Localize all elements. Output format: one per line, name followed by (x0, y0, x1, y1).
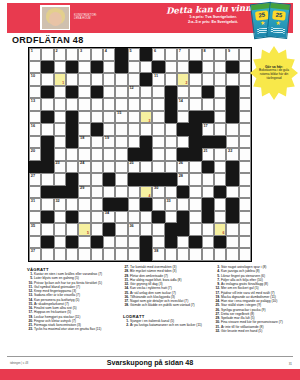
clue: 2.Är på lustiga katamaraner och en som l… (123, 324, 211, 328)
grid-cell (177, 86, 189, 99)
blocked-cell (202, 211, 214, 224)
grid-cell (29, 111, 41, 124)
grid-cell (115, 248, 127, 261)
grid-cell (66, 248, 78, 261)
grid-cell (78, 248, 90, 261)
grid-cell (54, 236, 66, 249)
grid-cell (91, 73, 103, 86)
blocked-cell (103, 198, 115, 211)
grid-cell (177, 111, 189, 124)
grid-cell (165, 211, 177, 224)
grid-cell (165, 148, 177, 161)
clue-number: 5 (129, 49, 131, 53)
grid-cell: 25 (128, 161, 140, 174)
grid-cell (152, 148, 164, 161)
grid-cell (165, 61, 177, 74)
grid-cell (214, 211, 226, 224)
constructor-byline: KONSTRUKTÖR: LENA HOLM (74, 14, 97, 21)
clues-column-3: 3.Stör något astrologen spår i (8)4.Kan … (214, 266, 296, 334)
blocked-cell (41, 111, 53, 124)
grid-cell (115, 236, 127, 249)
grid-cell (54, 173, 66, 186)
grid-cell (103, 186, 115, 199)
grid-cell: 18 (78, 136, 90, 149)
yellow-cell: 6 (214, 223, 226, 236)
grid-cell (103, 61, 115, 74)
clue-number: 10 (31, 74, 35, 78)
grid-cell (165, 161, 177, 174)
grid-cell (239, 136, 251, 149)
grid-cell (152, 198, 164, 211)
grid-cell (140, 98, 152, 111)
clue-number: 28 (179, 174, 183, 178)
grid-cell (214, 173, 226, 186)
grid-cell (54, 61, 66, 74)
grid-cell (54, 148, 66, 161)
grid-cell (239, 123, 251, 136)
grid-cell (177, 236, 189, 249)
blocked-cell (189, 123, 201, 136)
grid-cell (103, 123, 115, 136)
blocked-cell (189, 111, 201, 124)
clue-number: 35 (31, 224, 35, 228)
clues-section-header: LODRÄTT (123, 314, 211, 319)
grid-cell (128, 123, 140, 136)
blocked-cell (202, 136, 214, 149)
yellow-cell: 4 (140, 186, 152, 199)
grid-cell (128, 248, 140, 261)
grid-cell (214, 61, 226, 74)
grid-cell (214, 198, 226, 211)
grid-cell: 27 (29, 173, 41, 186)
yellow-cell: 1 (54, 73, 66, 86)
grid-cell (78, 111, 90, 124)
blocked-cell (115, 48, 127, 61)
blocked-cell (103, 223, 115, 236)
grid-cell (115, 148, 127, 161)
grid-cell (152, 86, 164, 99)
grid-cell (91, 223, 103, 236)
grid-cell: 34 (103, 211, 115, 224)
blocked-cell (189, 136, 201, 149)
yellow-cell: 3 (140, 111, 152, 124)
grid-cell: 35 (29, 223, 41, 236)
grid-cell (140, 86, 152, 99)
grid-cell (91, 186, 103, 199)
grid-cell: 32 (54, 198, 66, 211)
grid-cell (239, 61, 251, 74)
grid-cell (115, 136, 127, 149)
grid-cell (29, 186, 41, 199)
grid-cell: 10 (29, 73, 41, 86)
grid-cell (78, 173, 90, 186)
grid-cell (115, 123, 127, 136)
grid-cell (226, 123, 238, 136)
constructor-photo (40, 5, 70, 30)
grid-cell (202, 248, 214, 261)
grid-cell (189, 248, 201, 261)
grid-cell: 22 (226, 148, 238, 161)
yellow-cell-index: 5 (87, 231, 89, 235)
clue: 32.Gör knuste med en hand (5) (214, 330, 296, 334)
grid-cell: 16 (29, 123, 41, 136)
grid-cell (177, 136, 189, 149)
blocked-cell (226, 161, 238, 174)
grid-cell (54, 248, 66, 261)
clue-number: 3 (80, 49, 82, 53)
clue-number: 24 (80, 161, 84, 165)
blocked-cell (202, 111, 214, 124)
grid-cell (226, 248, 238, 261)
grid-cell (128, 236, 140, 249)
grid-cell: 31 (29, 198, 41, 211)
clue-number: 23 (55, 161, 59, 165)
grid-cell (239, 161, 251, 174)
blocked-cell (41, 236, 53, 249)
grid-cell (239, 73, 251, 86)
grid-cell: 24 (78, 161, 90, 174)
lottery-ticket: 25 ★ (266, 2, 291, 39)
grid-cell (189, 223, 201, 236)
clue-number: 17 (203, 124, 207, 128)
grid-cell (152, 161, 164, 174)
blocked-cell (128, 173, 140, 186)
grid-cell (128, 111, 140, 124)
grid-cell (41, 48, 53, 61)
blocked-cell (226, 111, 238, 124)
blocked-cell (226, 98, 238, 111)
grid-cell (78, 73, 90, 86)
blocked-cell (226, 211, 238, 224)
clue-number: 32 (55, 199, 59, 203)
bottom-red-band (0, 369, 300, 380)
grid-cell (202, 236, 214, 249)
grid-cell (165, 48, 177, 61)
clue-number: 7 (179, 49, 181, 53)
grid-cell (239, 173, 251, 186)
grid-cell (226, 186, 238, 199)
grid-cell (239, 48, 251, 61)
grid-cell (165, 73, 177, 86)
grid-cell (140, 61, 152, 74)
grid-cell (128, 73, 140, 86)
grid-cell (115, 161, 127, 174)
grid-cell (54, 98, 66, 111)
grid-cell (115, 98, 127, 111)
grid-cell (115, 223, 127, 236)
grid-cell (103, 111, 115, 124)
grid-cell (214, 48, 226, 61)
grid-cell (78, 236, 90, 249)
blocked-cell (152, 211, 164, 224)
grid-cell (152, 123, 164, 136)
grid-cell (115, 186, 127, 199)
grid-cell (91, 136, 103, 149)
grid-cell (140, 211, 152, 224)
clue-number: 9 (228, 49, 230, 53)
grid-cell (66, 73, 78, 86)
blocked-cell (202, 198, 214, 211)
grid-cell (91, 248, 103, 261)
clue-number: 38 (154, 249, 158, 253)
grid-cell (214, 111, 226, 124)
blocked-cell (91, 236, 103, 249)
blocked-cell (140, 236, 152, 249)
blocked-cell (226, 173, 238, 186)
grid-cell (66, 161, 78, 174)
clue-number: 2 (55, 49, 57, 53)
blocked-cell (165, 98, 177, 111)
grid-cell (29, 86, 41, 99)
clue-number: 11 (154, 74, 158, 78)
page-number: 31 (289, 362, 292, 366)
blocked-cell (66, 173, 78, 186)
blocked-cell (189, 236, 201, 249)
grid-cell (128, 186, 140, 199)
yellow-cell-index: 2 (186, 81, 188, 85)
grid-cell (78, 61, 90, 74)
grid-cell (226, 223, 238, 236)
blocked-cell (66, 186, 78, 199)
grid-cell: 36 (128, 223, 140, 236)
blocked-cell (115, 61, 127, 74)
grid-cell: 28 (177, 173, 189, 186)
grid-cell (54, 111, 66, 124)
grid-cell (54, 123, 66, 136)
grid-cell (103, 98, 115, 111)
grid-cell (41, 98, 53, 111)
grid-cell: 17 (202, 123, 214, 136)
grid-cell: 3 (78, 48, 90, 61)
blocked-cell (177, 123, 189, 136)
grid-cell (54, 211, 66, 224)
clue-number: 27 (31, 174, 35, 178)
blocked-cell (140, 198, 152, 211)
grid-cell (152, 223, 164, 236)
grid-cell (128, 98, 140, 111)
grid-cell (214, 98, 226, 111)
grid-cell (115, 211, 127, 224)
grid-cell (103, 161, 115, 174)
grid-cell (226, 73, 238, 86)
grid-cell (239, 148, 251, 161)
grid-cell: 11 (152, 73, 164, 86)
grid-cell (29, 61, 41, 74)
grid-cell: 8 (202, 48, 214, 61)
grid-cell (239, 186, 251, 199)
blocked-cell (140, 48, 152, 61)
clue-number: 14 (179, 99, 183, 103)
blocked-cell (165, 223, 177, 236)
grid-cell (91, 161, 103, 174)
grid-cell (214, 148, 226, 161)
grid-cell (54, 136, 66, 149)
grid-cell (66, 98, 78, 111)
clue-number: 21 (203, 149, 207, 153)
grid-cell: 5 (128, 48, 140, 61)
grid-cell: 19 (103, 136, 115, 149)
grid-cell (152, 111, 164, 124)
grid-cell (165, 136, 177, 149)
grid-cell (78, 198, 90, 211)
grid-cell: 6 (152, 48, 164, 61)
clue-number: 31 (31, 199, 35, 203)
clue-number: 25 (129, 161, 133, 165)
clue-number: 34 (105, 211, 109, 215)
grid-cell (152, 136, 164, 149)
blocked-cell (103, 173, 115, 186)
blocked-cell (41, 86, 53, 99)
grid-cell (239, 198, 251, 211)
blocked-cell (214, 236, 226, 249)
grid-cell (152, 98, 164, 111)
grid-cell (91, 198, 103, 211)
grid-cell (140, 123, 152, 136)
grid-cell (140, 161, 152, 174)
grid-cell (189, 173, 201, 186)
clue-number: 20 (31, 149, 35, 153)
blocked-cell (66, 211, 78, 224)
blocked-cell (115, 198, 127, 211)
grid-cell (202, 186, 214, 199)
grid-cell (91, 148, 103, 161)
grid-cell (165, 186, 177, 199)
starburst-text: Bokstäverna i de gula rutorna bildar här… (259, 68, 289, 80)
clue-number: 29 (80, 186, 84, 190)
grid-cell (202, 223, 214, 236)
grid-cell (54, 223, 66, 236)
blocked-cell (152, 173, 164, 186)
clue-number: 19 (105, 136, 109, 140)
blocked-cell (202, 86, 214, 99)
grid-cell (128, 198, 140, 211)
grid-cell (78, 123, 90, 136)
grid-cell (41, 123, 53, 136)
clues-column-2: 27.Tar kontakt med övermakten (3)28.Blir… (123, 266, 211, 328)
grid-cell: 26 (177, 161, 189, 174)
grid-cell (41, 173, 53, 186)
clue-number: 30 (154, 186, 158, 190)
grid-cell (152, 236, 164, 249)
clue-number: 36 (129, 224, 133, 228)
clue-number: 13 (31, 99, 35, 103)
grid-cell (41, 223, 53, 236)
grid-cell (214, 248, 226, 261)
grid-cell (41, 198, 53, 211)
blocked-cell (41, 136, 53, 149)
clue-number: 16 (31, 124, 35, 128)
grid-cell (189, 86, 201, 99)
clue-number: 33 (166, 199, 170, 203)
grid-cell (54, 86, 66, 99)
grid-cell (41, 73, 53, 86)
clue-number: 37 (31, 249, 35, 253)
grid-cell: 21 (202, 148, 214, 161)
grid-cell (202, 173, 214, 186)
grid-cell (91, 173, 103, 186)
grid-cell (78, 98, 90, 111)
clue-number: 26 (179, 161, 183, 165)
grid-cell (189, 211, 201, 224)
lottery-tickets: 25 ★ 25 ★ (250, 2, 296, 42)
grid-cell (66, 223, 78, 236)
grid-cell (78, 211, 90, 224)
blocked-cell (66, 123, 78, 136)
grid-cell: 1 (29, 48, 41, 61)
clue-number: 18 (80, 136, 84, 140)
yellow-cell-index: 4 (149, 194, 151, 198)
blocked-cell (91, 123, 103, 136)
grid-cell (128, 136, 140, 149)
grid-cell: 15 (115, 111, 127, 124)
blocked-cell (41, 186, 53, 199)
blocked-cell (226, 198, 238, 211)
yellow-cell: 5 (78, 223, 90, 236)
clue-number: 15 (117, 111, 121, 115)
blocked-cell (140, 148, 152, 161)
grid-cell (78, 148, 90, 161)
grid-cell (103, 148, 115, 161)
prize-info: Detta kan du vinna: 1:a pris: Två Sverig… (163, 4, 263, 25)
blocked-cell (226, 86, 238, 99)
grid-cell (128, 211, 140, 224)
grid-cell (214, 73, 226, 86)
blocked-cell (214, 136, 226, 149)
blocked-cell (226, 61, 238, 74)
blocked-cell (140, 248, 152, 261)
grid-cell (41, 248, 53, 261)
blocked-cell (177, 211, 189, 224)
blocked-cell (140, 173, 152, 186)
grid-cell (177, 61, 189, 74)
clue-number: 6 (154, 49, 156, 53)
grid-cell (189, 161, 201, 174)
grid-cell (91, 98, 103, 111)
grid-cell (91, 48, 103, 61)
blocked-cell (41, 148, 53, 161)
blocked-cell (189, 61, 201, 74)
grid-cell (66, 48, 78, 61)
grid-cell (226, 136, 238, 149)
grid-cell (115, 173, 127, 186)
grid-cell: 29 (78, 186, 90, 199)
grid-cell (239, 111, 251, 124)
yellow-cell-index: 6 (223, 231, 225, 235)
magazine-folio: tidningen | v. 48 (10, 362, 28, 365)
grid-cell (214, 86, 226, 99)
grid-cell (214, 123, 226, 136)
grid-cell (239, 211, 251, 224)
blocked-cell (41, 61, 53, 74)
grid-cell (189, 198, 201, 211)
clue-number: 22 (228, 149, 232, 153)
blocked-cell (177, 223, 189, 236)
grid-cell (66, 198, 78, 211)
blocked-cell (177, 186, 189, 199)
grid-cell (103, 86, 115, 99)
grid-cell (189, 48, 201, 61)
grid-cell: 20 (29, 148, 41, 161)
grid-cell (29, 136, 41, 149)
grid-cell: 23 (54, 161, 66, 174)
blocked-cell (91, 86, 103, 99)
blocked-cell (152, 61, 164, 74)
yellow-cell: 2 (177, 73, 189, 86)
grid-cell (189, 73, 201, 86)
blocked-cell (202, 161, 214, 174)
blocked-cell (165, 173, 177, 186)
blocked-cell (29, 161, 41, 174)
